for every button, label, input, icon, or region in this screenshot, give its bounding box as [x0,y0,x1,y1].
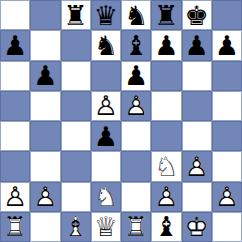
square-a5[interactable] [0,91,30,121]
square-d6[interactable] [91,61,121,91]
square-e7[interactable]: ♝ [121,30,151,60]
black-king-g8[interactable]: ♚ [182,0,212,30]
square-d5[interactable]: ♟♙ [91,91,121,121]
black-rook-c8[interactable]: ♜ [61,0,91,30]
white-knight-d2[interactable]: ♞♘ [91,182,121,212]
square-b6[interactable]: ♟ [30,61,60,91]
square-c2[interactable] [61,182,91,212]
square-e4[interactable] [121,121,151,151]
square-a1[interactable]: ♜♖ [0,212,30,242]
black-piece-glyph: ♟ [121,61,151,91]
white-piece-outline-glyph: ♙ [30,182,60,212]
square-b1[interactable] [30,212,60,242]
square-f3[interactable]: ♞♘ [151,151,181,181]
square-h2[interactable]: ♟♙ [212,182,242,212]
square-c6[interactable] [61,61,91,91]
square-g1[interactable]: ♚♔ [182,212,212,242]
black-piece-glyph: ♟ [182,30,212,60]
white-piece-outline-glyph: ♘ [91,182,121,212]
black-knight-d7[interactable]: ♞ [91,30,121,60]
black-pawn-g7[interactable]: ♟ [182,30,212,60]
white-pawn-f2[interactable]: ♟♙ [151,182,181,212]
white-piece-outline-glyph: ♖ [121,212,151,242]
black-pawn-d4[interactable]: ♟ [91,121,121,151]
white-piece-outline-glyph: ♙ [182,151,212,181]
square-e8[interactable]: ♞ [121,0,151,30]
black-bishop-e7[interactable]: ♝ [121,30,151,60]
square-h7[interactable]: ♟ [212,30,242,60]
square-g3[interactable]: ♟♙ [182,151,212,181]
square-f6[interactable] [151,61,181,91]
square-a6[interactable] [0,61,30,91]
square-a7[interactable]: ♟ [0,30,30,60]
square-d8[interactable]: ♛ [91,0,121,30]
black-piece-glyph: ♛ [91,0,121,30]
square-c8[interactable]: ♜ [61,0,91,30]
white-piece-outline-glyph: ♘ [151,151,181,181]
square-h4[interactable] [212,121,242,151]
white-rook-e1[interactable]: ♜♖ [121,212,151,242]
black-pawn-h7[interactable]: ♟ [212,30,242,60]
square-h1[interactable] [212,212,242,242]
white-piece-outline-glyph: ♙ [151,182,181,212]
black-rook-f8[interactable]: ♜ [151,0,181,30]
square-b4[interactable] [30,121,60,151]
white-king-g1[interactable]: ♚♔ [182,212,212,242]
white-pawn-h2[interactable]: ♟♙ [212,182,242,212]
black-knight-e8[interactable]: ♞ [121,0,151,30]
black-pawn-f7[interactable]: ♟ [151,30,181,60]
black-queen-d8[interactable]: ♛ [91,0,121,30]
square-e1[interactable]: ♜♖ [121,212,151,242]
white-piece-outline-glyph: ♙ [0,182,30,212]
black-piece-glyph: ♚ [182,0,212,30]
black-bishop-f1[interactable]: ♝ [151,212,181,242]
white-pawn-g3[interactable]: ♟♙ [182,151,212,181]
black-piece-glyph: ♝ [121,30,151,60]
square-e2[interactable] [121,182,151,212]
black-piece-glyph: ♟ [212,30,242,60]
black-piece-glyph: ♟ [30,61,60,91]
square-b7[interactable] [30,30,60,60]
square-h8[interactable] [212,0,242,30]
square-f7[interactable]: ♟ [151,30,181,60]
square-f1[interactable]: ♝ [151,212,181,242]
black-pawn-a7[interactable]: ♟ [0,30,30,60]
white-pawn-a2[interactable]: ♟♙ [0,182,30,212]
white-pawn-b2[interactable]: ♟♙ [30,182,60,212]
black-pawn-e6[interactable]: ♟ [121,61,151,91]
black-piece-glyph: ♞ [91,30,121,60]
square-c4[interactable] [61,121,91,151]
square-h3[interactable] [212,151,242,181]
square-b2[interactable]: ♟♙ [30,182,60,212]
square-h5[interactable] [212,91,242,121]
white-piece-outline-glyph: ♗ [61,212,91,242]
square-e6[interactable]: ♟ [121,61,151,91]
square-e5[interactable]: ♟♙ [121,91,151,121]
black-piece-glyph: ♟ [91,121,121,151]
black-piece-glyph: ♟ [151,30,181,60]
square-h6[interactable] [212,61,242,91]
square-a8[interactable] [0,0,30,30]
square-g8[interactable]: ♚ [182,0,212,30]
square-f4[interactable] [151,121,181,151]
square-a4[interactable] [0,121,30,151]
square-d4[interactable]: ♟ [91,121,121,151]
black-piece-glyph: ♞ [121,0,151,30]
chess-board: ♜♛♞♜♚♟♞♝♟♟♟♟♟♟♙♟♙♟♞♘♟♙♟♙♟♙♞♘♟♙♟♙♜♖♝♗♛♕♜♖… [0,0,242,242]
square-f8[interactable]: ♜ [151,0,181,30]
square-f2[interactable]: ♟♙ [151,182,181,212]
white-bishop-c1[interactable]: ♝♗ [61,212,91,242]
square-d3[interactable] [91,151,121,181]
white-piece-outline-glyph: ♔ [182,212,212,242]
black-piece-glyph: ♟ [0,30,30,60]
white-queen-d1[interactable]: ♛♕ [91,212,121,242]
square-c5[interactable] [61,91,91,121]
square-g2[interactable] [182,182,212,212]
square-c1[interactable]: ♝♗ [61,212,91,242]
square-d2[interactable]: ♞♘ [91,182,121,212]
square-b3[interactable] [30,151,60,181]
square-g6[interactable] [182,61,212,91]
square-g7[interactable]: ♟ [182,30,212,60]
square-c7[interactable] [61,30,91,60]
white-piece-outline-glyph: ♙ [121,91,151,121]
white-piece-outline-glyph: ♙ [91,91,121,121]
square-g5[interactable] [182,91,212,121]
black-piece-glyph: ♜ [151,0,181,30]
black-piece-glyph: ♝ [151,212,181,242]
black-pawn-b6[interactable]: ♟ [30,61,60,91]
white-piece-outline-glyph: ♕ [91,212,121,242]
square-f5[interactable] [151,91,181,121]
square-e3[interactable] [121,151,151,181]
square-b5[interactable] [30,91,60,121]
white-rook-a1[interactable]: ♜♖ [0,212,30,242]
square-a3[interactable] [0,151,30,181]
white-knight-f3[interactable]: ♞♘ [151,151,181,181]
white-pawn-d5[interactable]: ♟♙ [91,91,121,121]
square-g4[interactable] [182,121,212,151]
square-d1[interactable]: ♛♕ [91,212,121,242]
square-b8[interactable] [30,0,60,30]
white-piece-outline-glyph: ♖ [0,212,30,242]
chess-app: ♜♛♞♜♚♟♞♝♟♟♟♟♟♟♙♟♙♟♞♘♟♙♟♙♟♙♞♘♟♙♟♙♜♖♝♗♛♕♜♖… [0,0,242,242]
black-piece-glyph: ♜ [61,0,91,30]
square-d7[interactable]: ♞ [91,30,121,60]
white-piece-outline-glyph: ♙ [212,182,242,212]
white-pawn-e5[interactable]: ♟♙ [121,91,151,121]
square-a2[interactable]: ♟♙ [0,182,30,212]
square-c3[interactable] [61,151,91,181]
